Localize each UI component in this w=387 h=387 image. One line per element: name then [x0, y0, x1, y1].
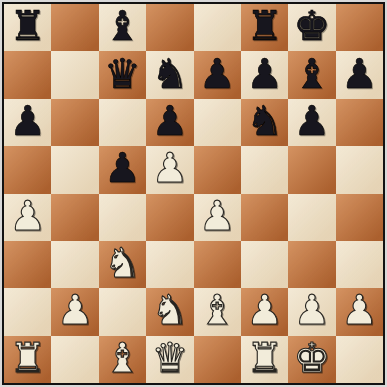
white-pawn: ♟ — [341, 290, 378, 331]
square-f5[interactable] — [241, 146, 288, 193]
square-d1[interactable]: ♛ — [146, 336, 193, 383]
square-g1[interactable]: ♚ — [288, 336, 335, 383]
square-e2[interactable]: ♝ — [194, 288, 241, 335]
square-h6[interactable] — [336, 99, 383, 146]
white-rook: ♜ — [246, 338, 283, 379]
square-c5[interactable]: ♟ — [99, 146, 146, 193]
square-f8[interactable]: ♜ — [241, 4, 288, 51]
black-pawn: ♟ — [246, 54, 283, 95]
square-a6[interactable]: ♟ — [4, 99, 51, 146]
black-pawn: ♟ — [104, 148, 141, 189]
white-bishop: ♝ — [199, 290, 236, 331]
white-knight: ♞ — [104, 243, 141, 284]
chessboard-outer-edge: ♜♝♜♚♛♞♟♟♝♟♟♟♞♟♟♟♟♟♞♟♞♝♟♟♟♜♝♛♜♚ — [0, 0, 387, 387]
black-pawn: ♟ — [294, 101, 331, 142]
white-pawn: ♟ — [246, 290, 283, 331]
white-rook: ♜ — [9, 338, 46, 379]
black-pawn: ♟ — [341, 54, 378, 95]
black-bishop: ♝ — [294, 54, 331, 95]
black-bishop: ♝ — [104, 6, 141, 47]
square-d7[interactable]: ♞ — [146, 51, 193, 98]
square-e7[interactable]: ♟ — [194, 51, 241, 98]
white-pawn: ♟ — [151, 148, 188, 189]
square-e1[interactable] — [194, 336, 241, 383]
square-c6[interactable] — [99, 99, 146, 146]
white-king: ♚ — [294, 338, 331, 379]
square-b7[interactable] — [51, 51, 98, 98]
square-g5[interactable] — [288, 146, 335, 193]
square-b6[interactable] — [51, 99, 98, 146]
square-h3[interactable] — [336, 241, 383, 288]
black-pawn: ♟ — [199, 54, 236, 95]
white-knight: ♞ — [151, 290, 188, 331]
square-g8[interactable]: ♚ — [288, 4, 335, 51]
white-pawn: ♟ — [294, 290, 331, 331]
square-e4[interactable]: ♟ — [194, 194, 241, 241]
square-a1[interactable]: ♜ — [4, 336, 51, 383]
square-h2[interactable]: ♟ — [336, 288, 383, 335]
square-f1[interactable]: ♜ — [241, 336, 288, 383]
square-h4[interactable] — [336, 194, 383, 241]
square-d3[interactable] — [146, 241, 193, 288]
black-pawn: ♟ — [9, 101, 46, 142]
square-b2[interactable]: ♟ — [51, 288, 98, 335]
square-h1[interactable] — [336, 336, 383, 383]
black-rook: ♜ — [9, 6, 46, 47]
square-a8[interactable]: ♜ — [4, 4, 51, 51]
square-c7[interactable]: ♛ — [99, 51, 146, 98]
black-rook: ♜ — [246, 6, 283, 47]
square-h5[interactable] — [336, 146, 383, 193]
square-d6[interactable]: ♟ — [146, 99, 193, 146]
square-b1[interactable] — [51, 336, 98, 383]
black-knight: ♞ — [151, 54, 188, 95]
square-f6[interactable]: ♞ — [241, 99, 288, 146]
black-knight: ♞ — [246, 101, 283, 142]
square-d4[interactable] — [146, 194, 193, 241]
square-c8[interactable]: ♝ — [99, 4, 146, 51]
square-c4[interactable] — [99, 194, 146, 241]
square-b8[interactable] — [51, 4, 98, 51]
square-a4[interactable]: ♟ — [4, 194, 51, 241]
square-e6[interactable] — [194, 99, 241, 146]
square-e5[interactable] — [194, 146, 241, 193]
square-a7[interactable] — [4, 51, 51, 98]
white-pawn: ♟ — [199, 196, 236, 237]
chessboard: ♜♝♜♚♛♞♟♟♝♟♟♟♞♟♟♟♟♟♞♟♞♝♟♟♟♜♝♛♜♚ — [4, 4, 383, 383]
square-d8[interactable] — [146, 4, 193, 51]
square-a2[interactable] — [4, 288, 51, 335]
chessboard-frame: ♜♝♜♚♛♞♟♟♝♟♟♟♞♟♟♟♟♟♞♟♞♝♟♟♟♜♝♛♜♚ — [2, 2, 385, 385]
square-f4[interactable] — [241, 194, 288, 241]
square-b3[interactable] — [51, 241, 98, 288]
square-c3[interactable]: ♞ — [99, 241, 146, 288]
white-pawn: ♟ — [57, 290, 94, 331]
square-g3[interactable] — [288, 241, 335, 288]
square-b4[interactable] — [51, 194, 98, 241]
square-f7[interactable]: ♟ — [241, 51, 288, 98]
white-queen: ♛ — [151, 338, 188, 379]
square-b5[interactable] — [51, 146, 98, 193]
square-e8[interactable] — [194, 4, 241, 51]
black-king: ♚ — [294, 6, 331, 47]
square-d5[interactable]: ♟ — [146, 146, 193, 193]
square-g7[interactable]: ♝ — [288, 51, 335, 98]
square-f2[interactable]: ♟ — [241, 288, 288, 335]
square-h8[interactable] — [336, 4, 383, 51]
square-g2[interactable]: ♟ — [288, 288, 335, 335]
white-bishop: ♝ — [104, 338, 141, 379]
square-h7[interactable]: ♟ — [336, 51, 383, 98]
square-d2[interactable]: ♞ — [146, 288, 193, 335]
square-g4[interactable] — [288, 194, 335, 241]
square-a3[interactable] — [4, 241, 51, 288]
white-pawn: ♟ — [9, 196, 46, 237]
black-pawn: ♟ — [151, 101, 188, 142]
square-c1[interactable]: ♝ — [99, 336, 146, 383]
square-f3[interactable] — [241, 241, 288, 288]
square-c2[interactable] — [99, 288, 146, 335]
black-queen: ♛ — [104, 54, 141, 95]
square-g6[interactable]: ♟ — [288, 99, 335, 146]
square-a5[interactable] — [4, 146, 51, 193]
square-e3[interactable] — [194, 241, 241, 288]
